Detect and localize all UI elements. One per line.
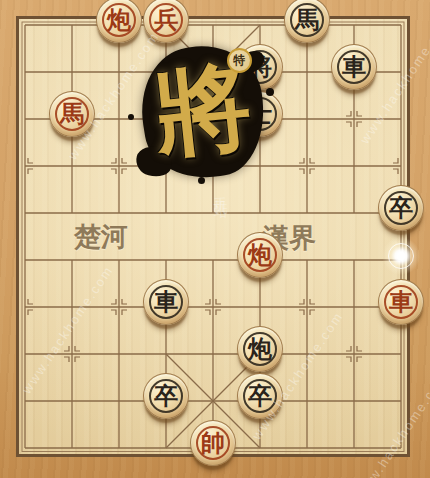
piece-black-chariot[interactable]: 車 [331,44,377,90]
piece-character: 兵 [154,8,178,32]
piece-character: 炮 [107,8,131,32]
xiangqi-app-screen: 楚河 漢界 炮兵馬將車馬士士卒炮車車炮卒卒帥 將 特 www.hackhome.… [0,0,430,478]
piece-black-soldier[interactable]: 卒 [237,373,283,419]
piece-black-soldier[interactable]: 卒 [378,185,424,231]
piece-character: 帥 [201,431,225,455]
piece-red-horse[interactable]: 馬 [49,91,95,137]
piece-red-chariot[interactable]: 車 [378,279,424,325]
piece-red-soldier[interactable]: 兵 [143,0,189,43]
piece-character: 馬 [295,8,319,32]
piece-black-chariot[interactable]: 車 [143,279,189,325]
pieces-layer: 炮兵馬將車馬士士卒炮車車炮卒卒帥 [2,2,425,472]
logo-seal-badge: 特 [227,48,252,73]
piece-character: 士 [248,102,272,126]
piece-black-horse[interactable]: 馬 [284,0,330,43]
piece-character: 士 [154,102,178,126]
piece-character: 馬 [60,102,84,126]
piece-character: 炮 [248,337,272,361]
piece-black-advisor[interactable]: 士 [237,91,283,137]
piece-character: 炮 [248,243,272,267]
piece-character: 車 [342,55,366,79]
piece-black-soldier[interactable]: 卒 [143,373,189,419]
piece-red-cannon[interactable]: 炮 [96,0,142,43]
piece-black-advisor[interactable]: 士 [143,91,189,137]
piece-red-cannon[interactable]: 炮 [237,232,283,278]
piece-character: 車 [154,290,178,314]
piece-character: 車 [389,290,413,314]
piece-character: 卒 [389,196,413,220]
piece-character: 卒 [248,384,272,408]
piece-red-general[interactable]: 帥 [190,420,236,466]
piece-character: 卒 [154,384,178,408]
piece-black-cannon[interactable]: 炮 [237,326,283,372]
